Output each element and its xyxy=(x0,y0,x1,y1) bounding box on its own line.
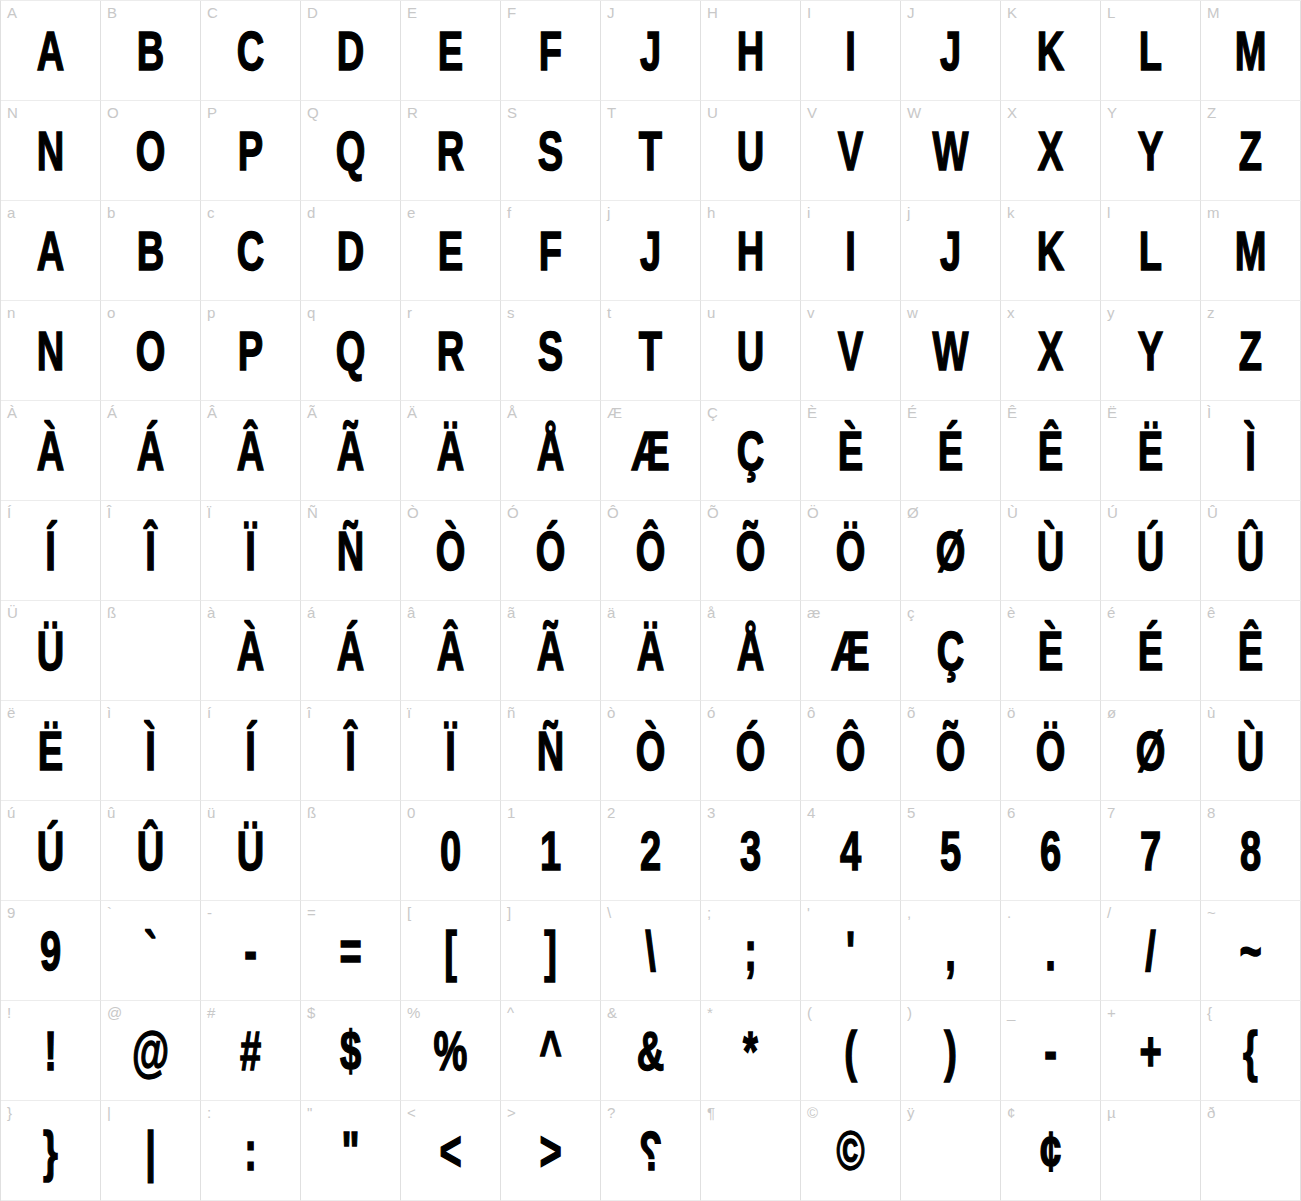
cell-character-label: ø xyxy=(1107,704,1116,722)
cell-glyph: Í xyxy=(17,501,84,601)
cell-character-label: u xyxy=(707,304,715,322)
charmap-cell: ? ? xyxy=(601,1101,701,1201)
cell-glyph: 7 xyxy=(1117,801,1184,901)
cell-glyph: 0 xyxy=(417,801,484,901)
cell-glyph: S xyxy=(517,101,584,201)
cell-character-label: í xyxy=(207,704,211,722)
cell-glyph: 6 xyxy=(1017,801,1084,901)
charmap-cell: E E xyxy=(401,1,501,101)
cell-glyph: Û xyxy=(1217,501,1284,601)
charmap-cell: & & xyxy=(601,1001,701,1101)
cell-character-label: 6 xyxy=(1007,804,1015,822)
charmap-cell: K K xyxy=(1001,1,1101,101)
charmap-cell: 3 3 xyxy=(701,801,801,901)
charmap-cell: m M xyxy=(1201,201,1301,301)
cell-character-label: ú xyxy=(7,804,15,822)
charmap-cell: H H xyxy=(701,1,801,101)
cell-character-label: ï xyxy=(407,704,411,722)
cell-character-label: é xyxy=(1107,604,1115,622)
charmap-cell: i I xyxy=(801,201,901,301)
cell-glyph: Ë xyxy=(17,701,84,801)
cell-glyph: B xyxy=(117,1,184,101)
cell-glyph: W xyxy=(917,301,984,401)
cell-glyph: D xyxy=(317,1,384,101)
cell-glyph: Ú xyxy=(1117,501,1184,601)
cell-character-label: q xyxy=(307,304,315,322)
cell-glyph: È xyxy=(1017,601,1084,701)
cell-glyph: Q xyxy=(317,301,384,401)
cell-glyph: J xyxy=(617,1,684,101)
cell-character-label: . xyxy=(1007,904,1011,922)
cell-character-label: á xyxy=(307,604,315,622)
cell-glyph: 9 xyxy=(17,901,84,1001)
cell-character-label: ë xyxy=(7,704,15,722)
cell-character-label: Ë xyxy=(1107,404,1117,422)
cell-glyph: Ç xyxy=(917,601,984,701)
cell-character-label: o xyxy=(107,304,115,322)
cell-glyph: Ì xyxy=(117,701,184,801)
cell-glyph: Ù xyxy=(1017,501,1084,601)
cell-character-label: â xyxy=(407,604,415,622)
cell-glyph: E xyxy=(417,201,484,301)
cell-glyph: 2 xyxy=(617,801,684,901)
cell-character-label: ñ xyxy=(507,704,515,722)
cell-character-label: ! xyxy=(7,1004,11,1022)
charmap-cell: Ñ Ñ xyxy=(301,501,401,601)
cell-glyph: $ xyxy=(317,1001,384,1101)
cell-character-label: T xyxy=(607,104,616,122)
cell-glyph: À xyxy=(217,601,284,701)
cell-character-label: Í xyxy=(7,504,11,522)
cell-glyph: R xyxy=(417,101,484,201)
charmap-cell: ' ' xyxy=(801,901,901,1001)
charmap-cell: Û Û xyxy=(1201,501,1301,601)
cell-character-label: è xyxy=(1007,604,1015,622)
charmap-cell: v V xyxy=(801,301,901,401)
cell-character-label: É xyxy=(907,404,917,422)
charmap-cell: ` ` xyxy=(101,901,201,1001)
cell-character-label: r xyxy=(407,304,412,322)
charmap-cell: ~ ~ xyxy=(1201,901,1301,1001)
cell-character-label: Ã xyxy=(307,404,317,422)
cell-glyph: H xyxy=(717,1,784,101)
charmap-cell: | | xyxy=(101,1101,201,1201)
cell-glyph: ¢ xyxy=(1017,1101,1084,1201)
cell-glyph: Á xyxy=(117,401,184,501)
charmap-cell: ã Ã xyxy=(501,601,601,701)
charmap-cell: É É xyxy=(901,401,1001,501)
cell-character-label: , xyxy=(907,904,911,922)
charmap-cell: o O xyxy=(101,301,201,401)
cell-glyph: A xyxy=(17,1,84,101)
cell-glyph: - xyxy=(1017,1001,1084,1101)
cell-glyph: ` xyxy=(117,901,184,1001)
cell-character-label: ÿ xyxy=(907,1104,915,1122)
cell-character-label: ß xyxy=(107,604,116,622)
cell-glyph: Ò xyxy=(417,501,484,601)
cell-glyph: 5 xyxy=(917,801,984,901)
cell-glyph: Ç xyxy=(717,401,784,501)
charmap-cell: Ë Ë xyxy=(1101,401,1201,501)
cell-character-label: ù xyxy=(1207,704,1215,722)
cell-glyph: 8 xyxy=(1217,801,1284,901)
cell-character-label: ) xyxy=(907,1004,912,1022)
cell-glyph: É xyxy=(1117,601,1184,701)
cell-character-label: - xyxy=(207,904,212,922)
charmap-cell: Ö Ö xyxy=(801,501,901,601)
cell-glyph: " xyxy=(317,1101,384,1201)
charmap-cell: ¶ xyxy=(701,1101,801,1201)
charmap-cell: Ï Ï xyxy=(201,501,301,601)
charmap-cell: ï Ï xyxy=(401,701,501,801)
charmap-cell: Ê Ê xyxy=(1001,401,1101,501)
charmap-cell: 8 8 xyxy=(1201,801,1301,901)
cell-character-label: 9 xyxy=(7,904,15,922)
cell-glyph: Å xyxy=(517,401,584,501)
cell-glyph: * xyxy=(717,1001,784,1101)
charmap-cell: è È xyxy=(1001,601,1101,701)
cell-character-label: _ xyxy=(1007,1004,1015,1022)
cell-character-label: $ xyxy=(307,1004,315,1022)
cell-character-label: 1 xyxy=(507,804,515,822)
charmap-cell: j J xyxy=(601,201,701,301)
cell-glyph: ; xyxy=(717,901,784,1001)
charmap-cell: Í Í xyxy=(1,501,101,601)
charmap-cell: ä Ä xyxy=(601,601,701,701)
cell-character-label: b xyxy=(107,204,115,222)
cell-glyph: È xyxy=(817,401,884,501)
cell-glyph: R xyxy=(417,301,484,401)
charmap-cell: Ô Ô xyxy=(601,501,701,601)
cell-character-label: Ê xyxy=(1007,404,1017,422)
cell-glyph: J xyxy=(917,1,984,101)
charmap-cell: u U xyxy=(701,301,801,401)
cell-character-label: S xyxy=(507,104,517,122)
charmap-cell: ë Ë xyxy=(1,701,101,801)
cell-character-label: È xyxy=(807,404,817,422)
cell-glyph: ] xyxy=(517,901,584,1001)
cell-glyph: Â xyxy=(217,401,284,501)
charmap-cell: y Y xyxy=(1101,301,1201,401)
cell-character-label: / xyxy=(1107,904,1111,922)
charmap-cell: @ @ xyxy=(101,1001,201,1101)
cell-glyph: Ü xyxy=(17,601,84,701)
cell-character-label: y xyxy=(1107,304,1115,322)
charmap-cell: $ $ xyxy=(301,1001,401,1101)
charmap-cell: Ä Ä xyxy=(401,401,501,501)
charmap-cell: O O xyxy=(101,101,201,201)
charmap-cell: f F xyxy=(501,201,601,301)
cell-character-label: ô xyxy=(807,704,815,722)
charmap-cell: > > xyxy=(501,1101,601,1201)
charmap-cell: = = xyxy=(301,901,401,1001)
charmap-cell: ^ ^ xyxy=(501,1001,601,1101)
cell-glyph xyxy=(117,601,184,701)
cell-character-label: û xyxy=(107,804,115,822)
charmap-cell: s S xyxy=(501,301,601,401)
charmap-cell: R R xyxy=(401,101,501,201)
charmap-cell: l L xyxy=(1101,201,1201,301)
charmap-cell: k K xyxy=(1001,201,1101,301)
cell-glyph: { xyxy=(1217,1001,1284,1101)
cell-character-label: ~ xyxy=(1207,904,1216,922)
cell-glyph: Ô xyxy=(617,501,684,601)
cell-glyph: C xyxy=(217,201,284,301)
cell-character-label: \ xyxy=(607,904,611,922)
cell-character-label: Y xyxy=(1107,104,1117,122)
charmap-cell: T T xyxy=(601,101,701,201)
cell-glyph: Ü xyxy=(217,801,284,901)
charmap-cell: N N xyxy=(1,101,101,201)
cell-character-label: f xyxy=(507,204,511,222)
charmap-cell: Ù Ù xyxy=(1001,501,1101,601)
cell-character-label: ö xyxy=(1007,704,1015,722)
charmap-cell: 7 7 xyxy=(1101,801,1201,901)
cell-glyph: V xyxy=(817,101,884,201)
charmap-cell: Ò Ò xyxy=(401,501,501,601)
charmap-cell: _ - xyxy=(1001,1001,1101,1101)
cell-glyph: Æ xyxy=(817,601,884,701)
cell-character-label: c xyxy=(207,204,215,222)
cell-glyph: V xyxy=(817,301,884,401)
cell-glyph: ( xyxy=(817,1001,884,1101)
cell-glyph: ~ xyxy=(1217,901,1284,1001)
charmap-cell: + + xyxy=(1101,1001,1201,1101)
charmap-cell: ÿ xyxy=(901,1101,1001,1201)
cell-glyph: ' xyxy=(817,901,884,1001)
charmap-cell: q Q xyxy=(301,301,401,401)
charmap-cell: ê Ê xyxy=(1201,601,1301,701)
cell-character-label: Â xyxy=(207,404,217,422)
cell-character-label: p xyxy=(207,304,215,322)
cell-glyph: Ë xyxy=(1117,401,1184,501)
charmap-cell: ó Ó xyxy=(701,701,801,801)
cell-character-label: ; xyxy=(707,904,711,922)
charmap-cell: ß xyxy=(101,601,201,701)
charmap-cell: h H xyxy=(701,201,801,301)
cell-character-label: n xyxy=(7,304,15,322)
charmap-cell: e E xyxy=(401,201,501,301)
charmap-cell: 1 1 xyxy=(501,801,601,901)
cell-glyph: Ö xyxy=(817,501,884,601)
cell-glyph: E xyxy=(417,1,484,101)
cell-character-label: ê xyxy=(1207,604,1215,622)
cell-glyph: K xyxy=(1017,1,1084,101)
cell-character-label: B xyxy=(107,4,117,22)
charmap-cell: Â Â xyxy=(201,401,301,501)
cell-character-label: { xyxy=(1207,1004,1212,1022)
charmap-cell: È È xyxy=(801,401,901,501)
cell-character-label: [ xyxy=(407,904,411,922)
cell-character-label: à xyxy=(207,604,215,622)
cell-glyph: Ö xyxy=(1017,701,1084,801)
charmap-cell: à À xyxy=(201,601,301,701)
cell-character-label: 2 xyxy=(607,804,615,822)
charmap-cell: Ç Ç xyxy=(701,401,801,501)
cell-glyph: Ä xyxy=(417,401,484,501)
cell-character-label: ç xyxy=(907,604,915,622)
charmap-cell: í Í xyxy=(201,701,301,801)
charmap-cell: L L xyxy=(1101,1,1201,101)
cell-glyph: - xyxy=(217,901,284,1001)
cell-character-label: ` xyxy=(107,904,112,922)
cell-character-label: Î xyxy=(107,504,111,522)
cell-glyph: 3 xyxy=(717,801,784,901)
cell-glyph: 1 xyxy=(517,801,584,901)
cell-character-label: P xyxy=(207,104,217,122)
cell-glyph: Û xyxy=(117,801,184,901)
cell-character-label: s xyxy=(507,304,515,322)
cell-glyph: Ã xyxy=(517,601,584,701)
charmap-cell: % % xyxy=(401,1001,501,1101)
charmap-cell: a A xyxy=(1,201,101,301)
charmap-cell: © © xyxy=(801,1101,901,1201)
charmap-cell: µ xyxy=(1101,1101,1201,1201)
charmap-cell: I I xyxy=(801,1,901,101)
cell-character-label: x xyxy=(1007,304,1015,322)
cell-character-label: õ xyxy=(907,704,915,722)
cell-character-label: ß xyxy=(307,804,316,822)
cell-character-label: t xyxy=(607,304,611,322)
cell-character-label: ã xyxy=(507,604,515,622)
cell-glyph: Ã xyxy=(317,401,384,501)
cell-glyph: % xyxy=(417,1001,484,1101)
cell-glyph: < xyxy=(417,1101,484,1201)
cell-glyph: Ø xyxy=(1117,701,1184,801)
cell-glyph: D xyxy=(317,201,384,301)
cell-glyph: & xyxy=(617,1001,684,1101)
charmap-cell: X X xyxy=(1001,101,1101,201)
charmap-cell: p P xyxy=(201,301,301,401)
cell-glyph: U xyxy=(717,301,784,401)
cell-character-label: + xyxy=(1107,1004,1116,1022)
cell-glyph: Ó xyxy=(717,701,784,801)
cell-glyph: : xyxy=(217,1101,284,1201)
cell-character-label: ä xyxy=(607,604,615,622)
cell-glyph: M xyxy=(1217,201,1284,301)
charmap-cell: J J xyxy=(901,1,1001,101)
cell-character-label: v xyxy=(807,304,815,322)
cell-glyph: Ø xyxy=(917,501,984,601)
charmap-cell: 5 5 xyxy=(901,801,1001,901)
cell-character-label: ( xyxy=(807,1004,812,1022)
charmap-cell: M M xyxy=(1201,1,1301,101)
cell-character-label: A xyxy=(7,4,17,22)
charmap-cell: Ì Ì xyxy=(1201,401,1301,501)
cell-character-label: K xyxy=(1007,4,1017,22)
charmap-cell: ü Ü xyxy=(201,801,301,901)
cell-character-label: < xyxy=(407,1104,416,1122)
charmap-cell: / / xyxy=(1101,901,1201,1001)
charmap-cell: Ú Ú xyxy=(1101,501,1201,601)
cell-glyph xyxy=(317,801,384,901)
cell-glyph: Ù xyxy=(1217,701,1284,801)
cell-glyph: U xyxy=(717,101,784,201)
cell-glyph: J xyxy=(917,201,984,301)
cell-character-label: V xyxy=(807,104,817,122)
charmap-cell: ò Ò xyxy=(601,701,701,801)
charmap-cell: ; ; xyxy=(701,901,801,1001)
cell-character-label: 5 xyxy=(907,804,915,822)
cell-character-label: z xyxy=(1207,304,1215,322)
font-character-map-grid: A A B B C C D D E E F F J J H H I I J J … xyxy=(0,0,1301,1201)
cell-glyph: Î xyxy=(117,501,184,601)
cell-character-label: L xyxy=(1107,4,1115,22)
charmap-cell: ñ Ñ xyxy=(501,701,601,801)
cell-character-label: Ì xyxy=(1207,404,1211,422)
cell-glyph: T xyxy=(617,101,684,201)
cell-glyph: H xyxy=(717,201,784,301)
cell-glyph: > xyxy=(517,1101,584,1201)
cell-glyph: L xyxy=(1117,201,1184,301)
cell-glyph: Í xyxy=(217,701,284,801)
charmap-cell: Q Q xyxy=(301,101,401,201)
charmap-cell: * * xyxy=(701,1001,801,1101)
charmap-cell: Á Á xyxy=(101,401,201,501)
cell-glyph xyxy=(917,1101,984,1201)
cell-glyph: X xyxy=(1017,301,1084,401)
charmap-cell: 9 9 xyxy=(1,901,101,1001)
cell-character-label: I xyxy=(807,4,811,22)
cell-character-label: ¢ xyxy=(1007,1104,1015,1122)
cell-glyph: M xyxy=(1217,1,1284,101)
cell-character-label: ? xyxy=(607,1104,615,1122)
cell-character-label: & xyxy=(607,1004,617,1022)
charmap-cell: w W xyxy=(901,301,1001,401)
charmap-cell: À À xyxy=(1,401,101,501)
charmap-cell: ù Ù xyxy=(1201,701,1301,801)
charmap-cell: F F xyxy=(501,1,601,101)
charmap-cell: A A xyxy=(1,1,101,101)
cell-character-label: Ï xyxy=(207,504,211,522)
charmap-cell: c C xyxy=(201,201,301,301)
charmap-cell: z Z xyxy=(1201,301,1301,401)
charmap-cell: x X xyxy=(1001,301,1101,401)
cell-glyph: F xyxy=(517,201,584,301)
charmap-cell: é É xyxy=(1101,601,1201,701)
cell-character-label: À xyxy=(7,404,17,422)
cell-glyph: | xyxy=(117,1101,184,1201)
cell-glyph: Ñ xyxy=(517,701,584,801)
cell-glyph: , xyxy=(917,901,984,1001)
charmap-cell: ] ] xyxy=(501,901,601,1001)
cell-character-label: * xyxy=(707,1004,713,1022)
cell-character-label: 0 xyxy=(407,804,415,822)
cell-character-label: 7 xyxy=(1107,804,1115,822)
cell-character-label: } xyxy=(7,1104,12,1122)
cell-glyph: F xyxy=(517,1,584,101)
cell-glyph: 4 xyxy=(817,801,884,901)
charmap-cell: î Î xyxy=(301,701,401,801)
cell-character-label: µ xyxy=(1107,1104,1116,1122)
cell-character-label: Ä xyxy=(407,404,417,422)
charmap-cell: 0 0 xyxy=(401,801,501,901)
charmap-cell: ß xyxy=(301,801,401,901)
charmap-cell: d D xyxy=(301,201,401,301)
charmap-cell: D D xyxy=(301,1,401,101)
charmap-cell: ! ! xyxy=(1,1001,101,1101)
cell-character-label: ü xyxy=(207,804,215,822)
charmap-cell: 6 6 xyxy=(1001,801,1101,901)
cell-glyph: ^ xyxy=(517,1001,584,1101)
cell-character-label: j xyxy=(607,204,610,222)
cell-character-label: " xyxy=(307,1104,312,1122)
cell-glyph: Å xyxy=(717,601,784,701)
cell-glyph: ) xyxy=(917,1001,984,1101)
cell-glyph: W xyxy=(917,101,984,201)
cell-glyph: I xyxy=(817,201,884,301)
charmap-cell: Ø Ø xyxy=(901,501,1001,601)
